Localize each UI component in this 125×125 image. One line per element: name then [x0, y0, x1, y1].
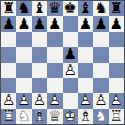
- square-d7[interactable]: ♟: [47, 16, 62, 31]
- square-c5[interactable]: [32, 47, 47, 62]
- square-c3[interactable]: [32, 78, 47, 93]
- white-knight-outline: ♘: [16, 109, 31, 124]
- square-h2[interactable]: ♟♙: [109, 93, 124, 108]
- black-bishop: ♝: [32, 1, 47, 16]
- square-a7[interactable]: ♟: [1, 16, 16, 31]
- black-king: ♚: [63, 1, 78, 16]
- black-pawn: ♟: [32, 16, 47, 31]
- white-pawn-outline: ♙: [78, 93, 93, 108]
- square-f4[interactable]: [78, 63, 93, 78]
- square-c6[interactable]: [32, 32, 47, 47]
- square-c4[interactable]: [32, 63, 47, 78]
- square-d4[interactable]: [47, 63, 62, 78]
- square-b3[interactable]: [16, 78, 31, 93]
- square-f8[interactable]: ♝: [78, 1, 93, 16]
- square-a8[interactable]: ♜: [1, 1, 16, 16]
- square-d6[interactable]: [47, 32, 62, 47]
- white-pawn-outline: ♙: [1, 93, 16, 108]
- white-rook-outline: ♖: [1, 109, 16, 124]
- square-a6[interactable]: [1, 32, 16, 47]
- square-a4[interactable]: [1, 63, 16, 78]
- white-rook-outline: ♖: [109, 109, 124, 124]
- white-pawn-outline: ♙: [109, 93, 124, 108]
- chess-board: ♜♞♝♛♚♝♞♜♟♟♟♟♟♟♟♟♟♙♟♙♟♙♟♙♟♙♟♙♟♙♟♙♜♖♞♘♝♗♛♕…: [0, 0, 125, 125]
- square-h3[interactable]: [109, 78, 124, 93]
- square-h8[interactable]: ♜: [109, 1, 124, 16]
- black-pawn: ♟: [1, 16, 16, 31]
- white-pawn-outline: ♙: [63, 63, 78, 78]
- square-e6[interactable]: [63, 32, 78, 47]
- square-b8[interactable]: ♞: [16, 1, 31, 16]
- square-f5[interactable]: [78, 47, 93, 62]
- black-queen: ♛: [47, 1, 62, 16]
- white-bishop-outline: ♗: [32, 109, 47, 124]
- square-g6[interactable]: [93, 32, 108, 47]
- white-pawn-outline: ♙: [16, 93, 31, 108]
- square-e1[interactable]: ♚♔: [63, 109, 78, 124]
- square-e2[interactable]: [63, 93, 78, 108]
- square-h7[interactable]: ♟: [109, 16, 124, 31]
- white-queen-outline: ♕: [47, 109, 62, 124]
- square-b7[interactable]: ♟: [16, 16, 31, 31]
- square-c7[interactable]: ♟: [32, 16, 47, 31]
- white-pawn-outline: ♙: [47, 93, 62, 108]
- square-e4[interactable]: ♟♙: [63, 63, 78, 78]
- square-d5[interactable]: [47, 47, 62, 62]
- square-a2[interactable]: ♟♙: [1, 93, 16, 108]
- square-e8[interactable]: ♚: [63, 1, 78, 16]
- square-h1[interactable]: ♜♖: [109, 109, 124, 124]
- black-pawn: ♟: [93, 16, 108, 31]
- square-b1[interactable]: ♞♘: [16, 109, 31, 124]
- square-c8[interactable]: ♝: [32, 1, 47, 16]
- square-a1[interactable]: ♜♖: [1, 109, 16, 124]
- square-d1[interactable]: ♛♕: [47, 109, 62, 124]
- black-pawn: ♟: [63, 47, 78, 62]
- square-e7[interactable]: [63, 16, 78, 31]
- square-e5[interactable]: ♟: [63, 47, 78, 62]
- square-e3[interactable]: [63, 78, 78, 93]
- square-f2[interactable]: ♟♙: [78, 93, 93, 108]
- square-g7[interactable]: ♟: [93, 16, 108, 31]
- square-b6[interactable]: [16, 32, 31, 47]
- square-a3[interactable]: [1, 78, 16, 93]
- black-bishop: ♝: [78, 1, 93, 16]
- square-f6[interactable]: [78, 32, 93, 47]
- square-g4[interactable]: [93, 63, 108, 78]
- black-pawn: ♟: [109, 16, 124, 31]
- square-d8[interactable]: ♛: [47, 1, 62, 16]
- square-h5[interactable]: [109, 47, 124, 62]
- square-h4[interactable]: [109, 63, 124, 78]
- black-pawn: ♟: [47, 16, 62, 31]
- black-pawn: ♟: [16, 16, 31, 31]
- black-knight: ♞: [93, 1, 108, 16]
- white-pawn-outline: ♙: [32, 93, 47, 108]
- square-c1[interactable]: ♝♗: [32, 109, 47, 124]
- white-knight-outline: ♘: [93, 109, 108, 124]
- square-g5[interactable]: [93, 47, 108, 62]
- black-rook: ♜: [109, 1, 124, 16]
- square-f7[interactable]: ♟: [78, 16, 93, 31]
- square-g2[interactable]: ♟♙: [93, 93, 108, 108]
- square-f1[interactable]: ♝♗: [78, 109, 93, 124]
- square-a5[interactable]: [1, 47, 16, 62]
- square-b5[interactable]: [16, 47, 31, 62]
- square-f3[interactable]: [78, 78, 93, 93]
- square-g1[interactable]: ♞♘: [93, 109, 108, 124]
- square-b4[interactable]: [16, 63, 31, 78]
- square-b2[interactable]: ♟♙: [16, 93, 31, 108]
- black-rook: ♜: [1, 1, 16, 16]
- white-pawn-outline: ♙: [93, 93, 108, 108]
- square-h6[interactable]: [109, 32, 124, 47]
- white-bishop-outline: ♗: [78, 109, 93, 124]
- square-c2[interactable]: ♟♙: [32, 93, 47, 108]
- black-knight: ♞: [16, 1, 31, 16]
- black-pawn: ♟: [78, 16, 93, 31]
- square-g8[interactable]: ♞: [93, 1, 108, 16]
- square-d3[interactable]: [47, 78, 62, 93]
- white-king-outline: ♔: [63, 109, 78, 124]
- square-d2[interactable]: ♟♙: [47, 93, 62, 108]
- square-g3[interactable]: [93, 78, 108, 93]
